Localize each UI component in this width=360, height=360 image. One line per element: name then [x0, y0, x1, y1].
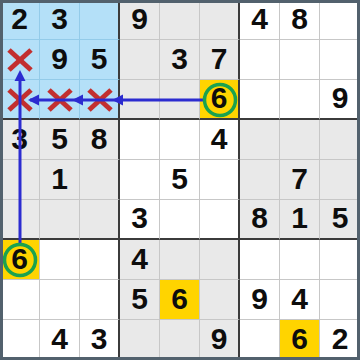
cell-r1c7[interactable]: 4: [240, 0, 280, 40]
cell-r1c9[interactable]: [320, 0, 360, 40]
cell-r2c4[interactable]: [120, 40, 160, 80]
cell-r2c5[interactable]: 3: [160, 40, 200, 80]
cell-r2c3[interactable]: 5: [80, 40, 120, 80]
cell-r6c6[interactable]: [200, 200, 240, 240]
cell-r6c3[interactable]: [80, 200, 120, 240]
cell-r5c6[interactable]: [200, 160, 240, 200]
cell-r9c3[interactable]: 3: [80, 320, 120, 360]
cell-r9c4[interactable]: [120, 320, 160, 360]
digit: 5: [171, 164, 188, 194]
cell-r3c8[interactable]: [280, 80, 320, 120]
cell-r9c6[interactable]: 9: [200, 320, 240, 360]
cell-r2c2[interactable]: 9: [40, 40, 80, 80]
cell-r1c8[interactable]: 8: [280, 0, 320, 40]
cell-r6c7[interactable]: 8: [240, 200, 280, 240]
cell-r9c5[interactable]: [160, 320, 200, 360]
cell-r5c4[interactable]: [120, 160, 160, 200]
cell-r5c7[interactable]: [240, 160, 280, 200]
cell-r7c9[interactable]: [320, 240, 360, 280]
digit: 5: [131, 284, 148, 314]
cell-r1c4[interactable]: 9: [120, 0, 160, 40]
cell-r8c5[interactable]: 6: [160, 280, 200, 320]
cell-r6c2[interactable]: [40, 200, 80, 240]
digit: 5: [51, 124, 68, 154]
cell-r6c5[interactable]: [160, 200, 200, 240]
digit: 8: [291, 4, 308, 34]
cell-r3c3[interactable]: [80, 80, 120, 120]
cell-r8c6[interactable]: [200, 280, 240, 320]
cell-r4c5[interactable]: [160, 120, 200, 160]
digit: 3: [171, 44, 188, 74]
cell-r8c4[interactable]: 5: [120, 280, 160, 320]
digit: 6: [11, 244, 28, 274]
digit: 4: [291, 284, 308, 314]
cell-r2c8[interactable]: [280, 40, 320, 80]
cell-r7c1[interactable]: 6: [0, 240, 40, 280]
digit: 3: [11, 124, 28, 154]
cell-r7c4[interactable]: 4: [120, 240, 160, 280]
cell-r7c6[interactable]: [200, 240, 240, 280]
cell-r4c6[interactable]: 4: [200, 120, 240, 160]
cell-r2c1[interactable]: [0, 40, 40, 80]
cell-r7c8[interactable]: [280, 240, 320, 280]
cell-r4c3[interactable]: 8: [80, 120, 120, 160]
digit: 9: [131, 4, 148, 34]
cell-r8c3[interactable]: [80, 280, 120, 320]
cell-r5c3[interactable]: [80, 160, 120, 200]
cell-r4c9[interactable]: [320, 120, 360, 160]
cell-r8c2[interactable]: [40, 280, 80, 320]
digit: 4: [211, 124, 228, 154]
cell-r2c9[interactable]: [320, 40, 360, 80]
sudoku-app: 239489537693584157381564569443962: [0, 0, 360, 360]
cell-r3c6[interactable]: 6: [200, 80, 240, 120]
digit: 2: [11, 4, 28, 34]
digit: 8: [251, 203, 268, 233]
cell-r8c9[interactable]: [320, 280, 360, 320]
digit: 6: [211, 83, 228, 113]
cell-r6c1[interactable]: [0, 200, 40, 240]
digit: 7: [291, 164, 308, 194]
cell-r3c5[interactable]: [160, 80, 200, 120]
digit: 6: [291, 324, 308, 354]
digit: 8: [91, 124, 108, 154]
cell-r9c9[interactable]: 2: [320, 320, 360, 360]
digit: 2: [332, 324, 349, 354]
digit: 9: [51, 44, 68, 74]
digit: 4: [131, 244, 148, 274]
cell-r8c7[interactable]: 9: [240, 280, 280, 320]
cell-r4c4[interactable]: [120, 120, 160, 160]
digit: 4: [51, 324, 68, 354]
cell-r9c8[interactable]: 6: [280, 320, 320, 360]
cell-r1c3[interactable]: [80, 0, 120, 40]
cell-r6c9[interactable]: 5: [320, 200, 360, 240]
cell-r8c8[interactable]: 4: [280, 280, 320, 320]
cell-r1c1[interactable]: 2: [0, 0, 40, 40]
digit: 1: [291, 203, 308, 233]
digit: 5: [332, 203, 349, 233]
cell-r3c1[interactable]: [0, 80, 40, 120]
sudoku-board: 239489537693584157381564569443962: [0, 0, 360, 360]
cell-r9c7[interactable]: [240, 320, 280, 360]
cell-r3c4[interactable]: [120, 80, 160, 120]
cell-r7c7[interactable]: [240, 240, 280, 280]
cell-r2c6[interactable]: 7: [200, 40, 240, 80]
cell-r5c1[interactable]: [0, 160, 40, 200]
cell-r1c5[interactable]: [160, 0, 200, 40]
cell-r1c2[interactable]: 3: [40, 0, 80, 40]
digit: 5: [91, 44, 108, 74]
cell-r4c8[interactable]: [280, 120, 320, 160]
cell-r3c9[interactable]: 9: [320, 80, 360, 120]
cell-r8c1[interactable]: [0, 280, 40, 320]
digit: 7: [211, 44, 228, 74]
cell-r2c7[interactable]: [240, 40, 280, 80]
cell-r4c1[interactable]: 3: [0, 120, 40, 160]
cell-r5c5[interactable]: 5: [160, 160, 200, 200]
cell-r9c2[interactable]: 4: [40, 320, 80, 360]
cell-r3c2[interactable]: [40, 80, 80, 120]
digit: 9: [332, 83, 349, 113]
digit: 6: [171, 284, 188, 314]
digit: 1: [51, 164, 68, 194]
cell-r9c1[interactable]: [0, 320, 40, 360]
cell-r7c3[interactable]: [80, 240, 120, 280]
digit: 3: [91, 324, 108, 354]
cell-r5c9[interactable]: [320, 160, 360, 200]
cell-r5c8[interactable]: 7: [280, 160, 320, 200]
digit: 9: [211, 324, 228, 354]
cell-r5c2[interactable]: 1: [40, 160, 80, 200]
cell-r7c2[interactable]: [40, 240, 80, 280]
cell-r4c7[interactable]: [240, 120, 280, 160]
cell-r4c2[interactable]: 5: [40, 120, 80, 160]
digit: 4: [251, 4, 268, 34]
digit: 3: [51, 4, 68, 34]
cell-r6c8[interactable]: 1: [280, 200, 320, 240]
cell-r6c4[interactable]: 3: [120, 200, 160, 240]
cell-r7c5[interactable]: [160, 240, 200, 280]
cell-r3c7[interactable]: [240, 80, 280, 120]
cell-r1c6[interactable]: [200, 0, 240, 40]
digit: 3: [131, 203, 148, 233]
digit: 9: [251, 284, 268, 314]
